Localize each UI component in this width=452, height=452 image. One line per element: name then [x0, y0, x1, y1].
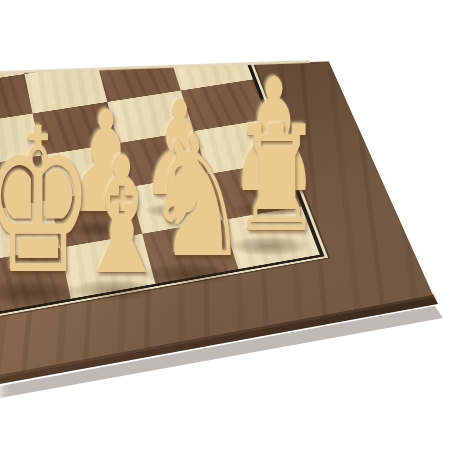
square-f7[interactable]: [10, 0, 88, 37]
product-photo-chessboard: ♚♝♞♜♟♟♟: [0, 0, 452, 452]
square-h7[interactable]: [146, 0, 225, 16]
square-g6[interactable]: [87, 16, 168, 63]
piece-white-king-e1[interactable]: ♚: [0, 102, 94, 302]
square-e8[interactable]: [0, 0, 10, 12]
square-f8[interactable]: [3, 0, 79, 2]
square-e7[interactable]: [0, 2, 17, 48]
square-f6[interactable]: [17, 27, 97, 74]
square-g7[interactable]: [78, 0, 157, 27]
